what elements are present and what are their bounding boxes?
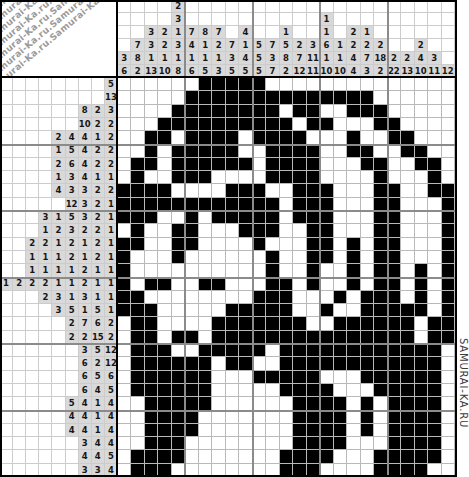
grid-cell[interactable] xyxy=(280,158,293,171)
grid-cell[interactable] xyxy=(307,278,320,291)
grid-cell[interactable] xyxy=(266,278,279,291)
grid-cell[interactable] xyxy=(428,118,441,131)
grid-cell[interactable] xyxy=(320,224,333,237)
grid-cell[interactable] xyxy=(226,304,239,317)
grid-cell[interactable] xyxy=(347,304,360,317)
grid-cell[interactable] xyxy=(239,317,252,330)
grid-cell[interactable] xyxy=(293,238,306,251)
grid-cell[interactable] xyxy=(172,184,185,197)
grid-cell[interactable] xyxy=(334,304,347,317)
grid-cell[interactable] xyxy=(415,171,428,184)
grid-cell[interactable] xyxy=(293,291,306,304)
grid-cell[interactable] xyxy=(131,264,144,277)
grid-cell[interactable] xyxy=(280,357,293,370)
grid-cell[interactable] xyxy=(442,264,455,277)
grid-cell[interactable] xyxy=(118,411,131,424)
grid-cell[interactable] xyxy=(185,105,198,118)
grid-cell[interactable] xyxy=(347,331,360,344)
grid-cell[interactable] xyxy=(118,78,131,91)
grid-cell[interactable] xyxy=(361,184,374,197)
grid-cell[interactable] xyxy=(280,424,293,437)
grid-cell[interactable] xyxy=(293,184,306,197)
grid-cell[interactable] xyxy=(253,437,266,450)
grid-cell[interactable] xyxy=(361,211,374,224)
grid-cell[interactable] xyxy=(185,224,198,237)
grid-cell[interactable] xyxy=(401,91,414,104)
grid-cell[interactable] xyxy=(266,184,279,197)
grid-cell[interactable] xyxy=(212,78,225,91)
grid-cell[interactable] xyxy=(253,291,266,304)
grid-cell[interactable] xyxy=(239,384,252,397)
grid-cell[interactable] xyxy=(374,304,387,317)
grid-cell[interactable] xyxy=(158,198,171,211)
grid-cell[interactable] xyxy=(253,158,266,171)
grid-cell[interactable] xyxy=(293,331,306,344)
grid-cell[interactable] xyxy=(293,211,306,224)
grid-cell[interactable] xyxy=(320,145,333,158)
grid-cell[interactable] xyxy=(388,264,401,277)
grid-cell[interactable] xyxy=(172,158,185,171)
grid-cell[interactable] xyxy=(239,78,252,91)
grid-cell[interactable] xyxy=(320,424,333,437)
grid-cell[interactable] xyxy=(172,131,185,144)
grid-cell[interactable] xyxy=(145,264,158,277)
grid-cell[interactable] xyxy=(226,171,239,184)
grid-cell[interactable] xyxy=(280,450,293,463)
grid-cell[interactable] xyxy=(361,331,374,344)
grid-cell[interactable] xyxy=(334,251,347,264)
grid-cell[interactable] xyxy=(415,78,428,91)
grid-cell[interactable] xyxy=(145,331,158,344)
grid-cell[interactable] xyxy=(172,118,185,131)
grid-cell[interactable] xyxy=(253,317,266,330)
grid-cell[interactable] xyxy=(212,158,225,171)
grid-cell[interactable] xyxy=(293,224,306,237)
grid-cell[interactable] xyxy=(334,357,347,370)
grid-cell[interactable] xyxy=(172,251,185,264)
grid-cell[interactable] xyxy=(239,198,252,211)
grid-cell[interactable] xyxy=(280,171,293,184)
grid-cell[interactable] xyxy=(239,91,252,104)
grid-cell[interactable] xyxy=(145,198,158,211)
grid-cell[interactable] xyxy=(253,450,266,463)
grid-cell[interactable] xyxy=(401,224,414,237)
grid-cell[interactable] xyxy=(253,304,266,317)
grid-cell[interactable] xyxy=(131,331,144,344)
grid-cell[interactable] xyxy=(388,158,401,171)
grid-cell[interactable] xyxy=(374,264,387,277)
grid-cell[interactable] xyxy=(226,331,239,344)
grid-cell[interactable] xyxy=(280,291,293,304)
grid-cell[interactable] xyxy=(172,198,185,211)
grid-cell[interactable] xyxy=(212,278,225,291)
grid-cell[interactable] xyxy=(428,278,441,291)
grid-cell[interactable] xyxy=(145,304,158,317)
grid-cell[interactable] xyxy=(226,118,239,131)
grid-cell[interactable] xyxy=(158,118,171,131)
grid-cell[interactable] xyxy=(199,224,212,237)
grid-cell[interactable] xyxy=(172,211,185,224)
grid-cell[interactable] xyxy=(307,331,320,344)
grid-cell[interactable] xyxy=(280,411,293,424)
grid-cell[interactable] xyxy=(334,437,347,450)
grid-cell[interactable] xyxy=(253,198,266,211)
grid-cell[interactable] xyxy=(401,397,414,410)
grid-cell[interactable] xyxy=(199,158,212,171)
grid-cell[interactable] xyxy=(293,397,306,410)
grid-cell[interactable] xyxy=(145,105,158,118)
grid-cell[interactable] xyxy=(388,397,401,410)
grid-cell[interactable] xyxy=(199,238,212,251)
grid-cell[interactable] xyxy=(131,224,144,237)
grid-cell[interactable] xyxy=(347,251,360,264)
grid-cell[interactable] xyxy=(172,171,185,184)
grid-cell[interactable] xyxy=(442,397,455,410)
grid-cell[interactable] xyxy=(226,411,239,424)
grid-cell[interactable] xyxy=(307,171,320,184)
grid-cell[interactable] xyxy=(334,158,347,171)
grid-cell[interactable] xyxy=(442,131,455,144)
grid-cell[interactable] xyxy=(401,450,414,463)
grid-cell[interactable] xyxy=(226,357,239,370)
grid-cell[interactable] xyxy=(415,450,428,463)
grid-cell[interactable] xyxy=(428,424,441,437)
grid-cell[interactable] xyxy=(361,411,374,424)
grid-cell[interactable] xyxy=(145,184,158,197)
grid-cell[interactable] xyxy=(361,91,374,104)
grid-cell[interactable] xyxy=(374,198,387,211)
grid-cell[interactable] xyxy=(172,91,185,104)
grid-cell[interactable] xyxy=(320,357,333,370)
grid-cell[interactable] xyxy=(428,317,441,330)
grid-cell[interactable] xyxy=(185,424,198,437)
grid-cell[interactable] xyxy=(361,131,374,144)
grid-cell[interactable] xyxy=(118,131,131,144)
grid-cell[interactable] xyxy=(280,238,293,251)
grid-cell[interactable] xyxy=(145,158,158,171)
grid-cell[interactable] xyxy=(361,145,374,158)
grid-cell[interactable] xyxy=(320,158,333,171)
grid-cell[interactable] xyxy=(239,224,252,237)
grid-cell[interactable] xyxy=(334,78,347,91)
grid-cell[interactable] xyxy=(266,411,279,424)
grid-cell[interactable] xyxy=(158,371,171,384)
grid-cell[interactable] xyxy=(388,238,401,251)
grid-cell[interactable] xyxy=(158,184,171,197)
grid-cell[interactable] xyxy=(253,331,266,344)
grid-cell[interactable] xyxy=(374,371,387,384)
grid-cell[interactable] xyxy=(239,437,252,450)
grid-cell[interactable] xyxy=(334,264,347,277)
grid-cell[interactable] xyxy=(118,291,131,304)
grid-cell[interactable] xyxy=(253,211,266,224)
grid-cell[interactable] xyxy=(212,198,225,211)
grid-cell[interactable] xyxy=(158,278,171,291)
grid-cell[interactable] xyxy=(415,437,428,450)
grid-cell[interactable] xyxy=(307,411,320,424)
grid-cell[interactable] xyxy=(280,78,293,91)
grid-cell[interactable] xyxy=(401,238,414,251)
grid-cell[interactable] xyxy=(212,171,225,184)
grid-cell[interactable] xyxy=(239,251,252,264)
grid-cell[interactable] xyxy=(415,105,428,118)
grid-cell[interactable] xyxy=(118,384,131,397)
grid-cell[interactable] xyxy=(442,357,455,370)
grid-cell[interactable] xyxy=(212,424,225,437)
grid-cell[interactable] xyxy=(199,78,212,91)
grid-cell[interactable] xyxy=(199,371,212,384)
grid-cell[interactable] xyxy=(131,105,144,118)
grid-cell[interactable] xyxy=(239,344,252,357)
grid-cell[interactable] xyxy=(388,91,401,104)
grid-cell[interactable] xyxy=(212,264,225,277)
grid-cell[interactable] xyxy=(172,397,185,410)
grid-cell[interactable] xyxy=(253,224,266,237)
grid-cell[interactable] xyxy=(226,251,239,264)
grid-cell[interactable] xyxy=(442,145,455,158)
grid-cell[interactable] xyxy=(442,184,455,197)
grid-cell[interactable] xyxy=(361,384,374,397)
grid-cell[interactable] xyxy=(253,344,266,357)
grid-cell[interactable] xyxy=(145,437,158,450)
grid-cell[interactable] xyxy=(172,105,185,118)
grid-cell[interactable] xyxy=(212,105,225,118)
grid-cell[interactable] xyxy=(145,238,158,251)
grid-cell[interactable] xyxy=(442,211,455,224)
grid-cell[interactable] xyxy=(293,264,306,277)
grid-cell[interactable] xyxy=(388,211,401,224)
grid-cell[interactable] xyxy=(401,291,414,304)
grid-cell[interactable] xyxy=(320,198,333,211)
grid-cell[interactable] xyxy=(307,357,320,370)
grid-cell[interactable] xyxy=(361,78,374,91)
grid-cell[interactable] xyxy=(131,211,144,224)
grid-cell[interactable] xyxy=(415,304,428,317)
grid-cell[interactable] xyxy=(226,424,239,437)
grid-cell[interactable] xyxy=(334,198,347,211)
grid-cell[interactable] xyxy=(401,131,414,144)
grid-cell[interactable] xyxy=(199,437,212,450)
grid-cell[interactable] xyxy=(280,91,293,104)
grid-cell[interactable] xyxy=(320,118,333,131)
grid-cell[interactable] xyxy=(145,171,158,184)
grid-cell[interactable] xyxy=(320,264,333,277)
grid-cell[interactable] xyxy=(226,184,239,197)
grid-cell[interactable] xyxy=(347,171,360,184)
grid-cell[interactable] xyxy=(307,344,320,357)
grid-cell[interactable] xyxy=(280,278,293,291)
grid-cell[interactable] xyxy=(239,291,252,304)
grid-cell[interactable] xyxy=(428,131,441,144)
grid-cell[interactable] xyxy=(334,411,347,424)
grid-cell[interactable] xyxy=(239,118,252,131)
grid-cell[interactable] xyxy=(401,264,414,277)
grid-cell[interactable] xyxy=(172,437,185,450)
grid-cell[interactable] xyxy=(158,357,171,370)
grid-cell[interactable] xyxy=(415,371,428,384)
grid-cell[interactable] xyxy=(347,450,360,463)
grid-cell[interactable] xyxy=(253,411,266,424)
grid-cell[interactable] xyxy=(334,384,347,397)
grid-cell[interactable] xyxy=(212,411,225,424)
grid-cell[interactable] xyxy=(239,331,252,344)
grid-cell[interactable] xyxy=(334,145,347,158)
grid-cell[interactable] xyxy=(401,78,414,91)
grid-cell[interactable] xyxy=(415,317,428,330)
grid-cell[interactable] xyxy=(118,278,131,291)
grid-cell[interactable] xyxy=(253,145,266,158)
grid-cell[interactable] xyxy=(388,331,401,344)
grid-cell[interactable] xyxy=(442,344,455,357)
grid-cell[interactable] xyxy=(172,224,185,237)
grid-cell[interactable] xyxy=(280,251,293,264)
grid-cell[interactable] xyxy=(320,238,333,251)
grid-cell[interactable] xyxy=(347,437,360,450)
grid-cell[interactable] xyxy=(239,357,252,370)
grid-cell[interactable] xyxy=(415,145,428,158)
grid-cell[interactable] xyxy=(442,91,455,104)
grid-cell[interactable] xyxy=(320,171,333,184)
grid-cell[interactable] xyxy=(131,198,144,211)
grid-cell[interactable] xyxy=(293,171,306,184)
grid-cell[interactable] xyxy=(401,344,414,357)
grid-cell[interactable] xyxy=(415,211,428,224)
grid-cell[interactable] xyxy=(361,118,374,131)
grid-cell[interactable] xyxy=(118,251,131,264)
grid-cell[interactable] xyxy=(401,424,414,437)
grid-cell[interactable] xyxy=(266,317,279,330)
grid-cell[interactable] xyxy=(199,264,212,277)
grid-cell[interactable] xyxy=(361,238,374,251)
grid-cell[interactable] xyxy=(374,238,387,251)
grid-cell[interactable] xyxy=(415,344,428,357)
grid-cell[interactable] xyxy=(239,424,252,437)
grid-cell[interactable] xyxy=(185,264,198,277)
grid-cell[interactable] xyxy=(415,291,428,304)
grid-cell[interactable] xyxy=(199,384,212,397)
grid-cell[interactable] xyxy=(172,238,185,251)
grid-cell[interactable] xyxy=(374,211,387,224)
grid-cell[interactable] xyxy=(334,211,347,224)
grid-cell[interactable] xyxy=(428,437,441,450)
grid-cell[interactable] xyxy=(307,424,320,437)
grid-cell[interactable] xyxy=(226,317,239,330)
grid-cell[interactable] xyxy=(118,317,131,330)
grid-cell[interactable] xyxy=(334,371,347,384)
grid-cell[interactable] xyxy=(212,371,225,384)
grid-cell[interactable] xyxy=(428,264,441,277)
grid-cell[interactable] xyxy=(361,450,374,463)
grid-cell[interactable] xyxy=(280,437,293,450)
grid-cell[interactable] xyxy=(158,291,171,304)
grid-cell[interactable] xyxy=(334,118,347,131)
grid-cell[interactable] xyxy=(158,238,171,251)
grid-cell[interactable] xyxy=(212,251,225,264)
grid-cell[interactable] xyxy=(307,264,320,277)
grid-cell[interactable] xyxy=(415,224,428,237)
grid-cell[interactable] xyxy=(415,158,428,171)
grid-cell[interactable] xyxy=(145,450,158,463)
grid-cell[interactable] xyxy=(442,384,455,397)
grid-cell[interactable] xyxy=(442,198,455,211)
grid-cell[interactable] xyxy=(199,105,212,118)
grid-cell[interactable] xyxy=(307,304,320,317)
grid-cell[interactable] xyxy=(374,411,387,424)
grid-cell[interactable] xyxy=(239,304,252,317)
grid-cell[interactable] xyxy=(253,357,266,370)
grid-cell[interactable] xyxy=(185,384,198,397)
grid-cell[interactable] xyxy=(401,171,414,184)
grid-cell[interactable] xyxy=(401,198,414,211)
grid-cell[interactable] xyxy=(388,304,401,317)
grid-cell[interactable] xyxy=(239,158,252,171)
grid-cell[interactable] xyxy=(415,264,428,277)
grid-cell[interactable] xyxy=(307,397,320,410)
grid-cell[interactable] xyxy=(401,411,414,424)
grid-cell[interactable] xyxy=(239,450,252,463)
grid-cell[interactable] xyxy=(280,145,293,158)
grid-cell[interactable] xyxy=(145,424,158,437)
grid-cell[interactable] xyxy=(266,91,279,104)
grid-cell[interactable] xyxy=(401,118,414,131)
grid-cell[interactable] xyxy=(253,184,266,197)
grid-cell[interactable] xyxy=(347,131,360,144)
grid-cell[interactable] xyxy=(266,331,279,344)
grid-cell[interactable] xyxy=(280,304,293,317)
grid-cell[interactable] xyxy=(347,184,360,197)
grid-cell[interactable] xyxy=(307,371,320,384)
grid-cell[interactable] xyxy=(428,78,441,91)
grid-cell[interactable] xyxy=(131,424,144,437)
grid-cell[interactable] xyxy=(226,105,239,118)
grid-cell[interactable] xyxy=(172,145,185,158)
grid-cell[interactable] xyxy=(212,317,225,330)
grid-cell[interactable] xyxy=(145,211,158,224)
grid-cell[interactable] xyxy=(226,450,239,463)
grid-cell[interactable] xyxy=(293,384,306,397)
grid-cell[interactable] xyxy=(428,184,441,197)
grid-cell[interactable] xyxy=(266,118,279,131)
grid-cell[interactable] xyxy=(293,424,306,437)
grid-cell[interactable] xyxy=(199,450,212,463)
grid-cell[interactable] xyxy=(347,371,360,384)
grid-cell[interactable] xyxy=(199,198,212,211)
grid-cell[interactable] xyxy=(199,184,212,197)
grid-cell[interactable] xyxy=(172,344,185,357)
grid-cell[interactable] xyxy=(388,411,401,424)
grid-cell[interactable] xyxy=(118,331,131,344)
grid-cell[interactable] xyxy=(320,304,333,317)
grid-cell[interactable] xyxy=(320,251,333,264)
grid-cell[interactable] xyxy=(388,424,401,437)
grid-cell[interactable] xyxy=(374,317,387,330)
grid-cell[interactable] xyxy=(401,371,414,384)
grid-cell[interactable] xyxy=(199,171,212,184)
grid-cell[interactable] xyxy=(145,357,158,370)
grid-cell[interactable] xyxy=(131,397,144,410)
grid-cell[interactable] xyxy=(442,304,455,317)
grid-cell[interactable] xyxy=(361,317,374,330)
grid-cell[interactable] xyxy=(334,224,347,237)
grid-cell[interactable] xyxy=(347,278,360,291)
grid-cell[interactable] xyxy=(442,437,455,450)
grid-cell[interactable] xyxy=(347,397,360,410)
grid-cell[interactable] xyxy=(293,304,306,317)
grid-cell[interactable] xyxy=(293,344,306,357)
grid-cell[interactable] xyxy=(442,278,455,291)
grid-cell[interactable] xyxy=(118,437,131,450)
grid-cell[interactable] xyxy=(293,371,306,384)
